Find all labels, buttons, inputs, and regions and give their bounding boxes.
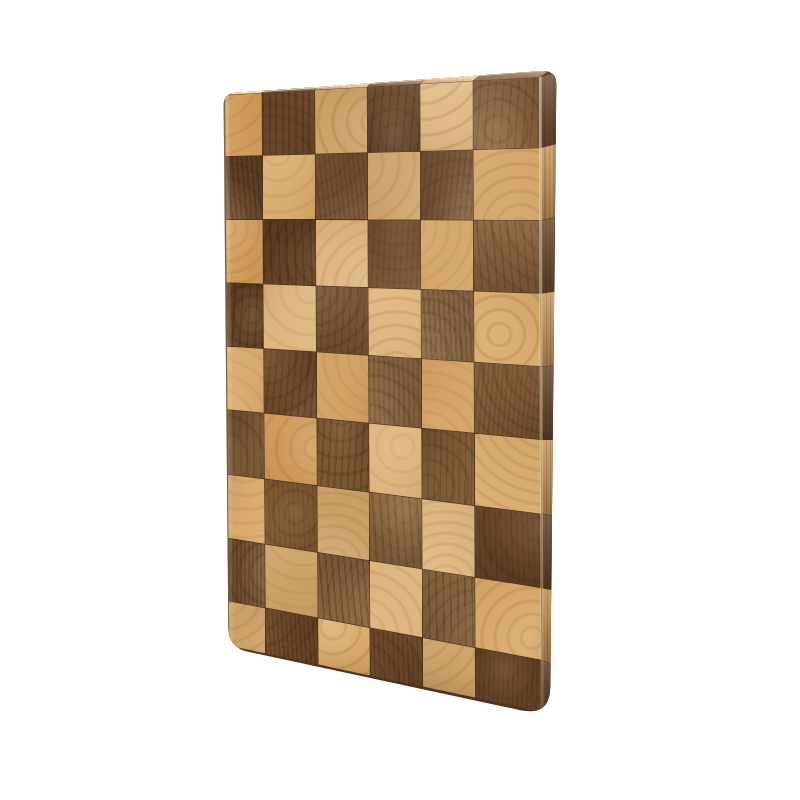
- photo-background: [0, 0, 800, 800]
- cutting-board: [0, 0, 800, 800]
- lighting-overlay: [220, 64, 562, 720]
